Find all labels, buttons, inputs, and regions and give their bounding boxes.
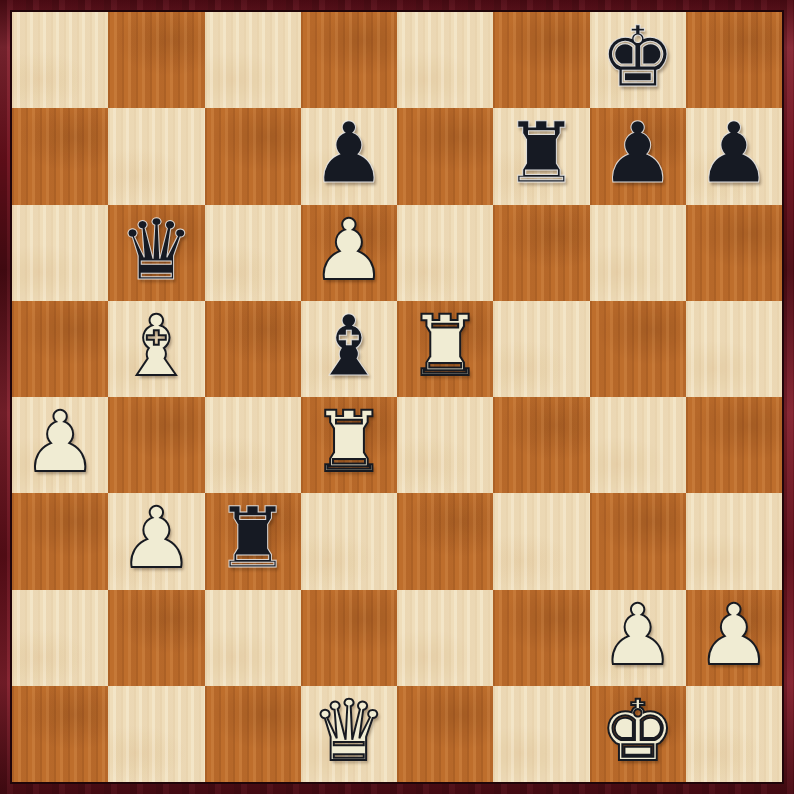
square-e5[interactable]: ♜ [397, 301, 493, 397]
black-bishop-d5[interactable]: ♝ [311, 304, 386, 388]
white-pawn-a4[interactable]: ♟ [22, 400, 97, 484]
square-h7[interactable]: ♟ [686, 108, 782, 204]
black-rook-c3[interactable]: ♜ [215, 496, 290, 580]
square-h1[interactable] [686, 686, 782, 782]
square-e1[interactable] [397, 686, 493, 782]
square-g7[interactable]: ♟ [590, 108, 686, 204]
square-d7[interactable]: ♟ [301, 108, 397, 204]
white-queen-d1[interactable]: ♛ [311, 689, 386, 773]
square-f6[interactable] [493, 205, 589, 301]
square-g5[interactable] [590, 301, 686, 397]
black-pawn-d7[interactable]: ♟ [311, 111, 386, 195]
square-c2[interactable] [205, 590, 301, 686]
square-a7[interactable] [12, 108, 108, 204]
square-g3[interactable] [590, 493, 686, 589]
white-pawn-b3[interactable]: ♟ [119, 496, 194, 580]
square-c7[interactable] [205, 108, 301, 204]
square-a4[interactable]: ♟ [12, 397, 108, 493]
square-h8[interactable] [686, 12, 782, 108]
white-pawn-g2[interactable]: ♟ [600, 593, 675, 677]
square-a1[interactable] [12, 686, 108, 782]
square-b7[interactable] [108, 108, 204, 204]
square-d5[interactable]: ♝ [301, 301, 397, 397]
black-king-g8[interactable]: ♚ [600, 15, 675, 99]
square-d2[interactable] [301, 590, 397, 686]
square-e4[interactable] [397, 397, 493, 493]
square-f3[interactable] [493, 493, 589, 589]
square-f8[interactable] [493, 12, 589, 108]
square-a2[interactable] [12, 590, 108, 686]
square-c8[interactable] [205, 12, 301, 108]
square-f1[interactable] [493, 686, 589, 782]
square-d3[interactable] [301, 493, 397, 589]
board-frame: ♚♟♜♟♟♛♟♝♝♜♟♜♟♜♟♟♛♚ [0, 0, 794, 794]
square-d4[interactable]: ♜ [301, 397, 397, 493]
square-b1[interactable] [108, 686, 204, 782]
square-b5[interactable]: ♝ [108, 301, 204, 397]
square-g1[interactable]: ♚ [590, 686, 686, 782]
square-f5[interactable] [493, 301, 589, 397]
square-h4[interactable] [686, 397, 782, 493]
white-pawn-d6[interactable]: ♟ [311, 208, 386, 292]
square-c1[interactable] [205, 686, 301, 782]
square-b6[interactable]: ♛ [108, 205, 204, 301]
black-queen-b6[interactable]: ♛ [119, 208, 194, 292]
chess-board: ♚♟♜♟♟♛♟♝♝♜♟♜♟♜♟♟♛♚ [10, 10, 784, 784]
square-b8[interactable] [108, 12, 204, 108]
square-e2[interactable] [397, 590, 493, 686]
square-e3[interactable] [397, 493, 493, 589]
square-a5[interactable] [12, 301, 108, 397]
square-g6[interactable] [590, 205, 686, 301]
square-h5[interactable] [686, 301, 782, 397]
white-rook-d4[interactable]: ♜ [311, 400, 386, 484]
square-g2[interactable]: ♟ [590, 590, 686, 686]
white-pawn-h2[interactable]: ♟ [696, 593, 771, 677]
square-b3[interactable]: ♟ [108, 493, 204, 589]
square-d1[interactable]: ♛ [301, 686, 397, 782]
square-a3[interactable] [12, 493, 108, 589]
square-e6[interactable] [397, 205, 493, 301]
square-h6[interactable] [686, 205, 782, 301]
square-c4[interactable] [205, 397, 301, 493]
square-h2[interactable]: ♟ [686, 590, 782, 686]
black-pawn-g7[interactable]: ♟ [600, 111, 675, 195]
square-c5[interactable] [205, 301, 301, 397]
square-f7[interactable]: ♜ [493, 108, 589, 204]
square-e8[interactable] [397, 12, 493, 108]
square-d6[interactable]: ♟ [301, 205, 397, 301]
square-g8[interactable]: ♚ [590, 12, 686, 108]
square-g4[interactable] [590, 397, 686, 493]
white-king-g1[interactable]: ♚ [600, 689, 675, 773]
square-a8[interactable] [12, 12, 108, 108]
square-h3[interactable] [686, 493, 782, 589]
square-f4[interactable] [493, 397, 589, 493]
white-bishop-b5[interactable]: ♝ [119, 304, 194, 388]
square-c6[interactable] [205, 205, 301, 301]
square-f2[interactable] [493, 590, 589, 686]
square-d8[interactable] [301, 12, 397, 108]
black-rook-f7[interactable]: ♜ [504, 111, 579, 195]
square-e7[interactable] [397, 108, 493, 204]
square-a6[interactable] [12, 205, 108, 301]
square-b4[interactable] [108, 397, 204, 493]
square-c3[interactable]: ♜ [205, 493, 301, 589]
black-pawn-h7[interactable]: ♟ [696, 111, 771, 195]
white-rook-e5[interactable]: ♜ [407, 304, 482, 388]
square-b2[interactable] [108, 590, 204, 686]
